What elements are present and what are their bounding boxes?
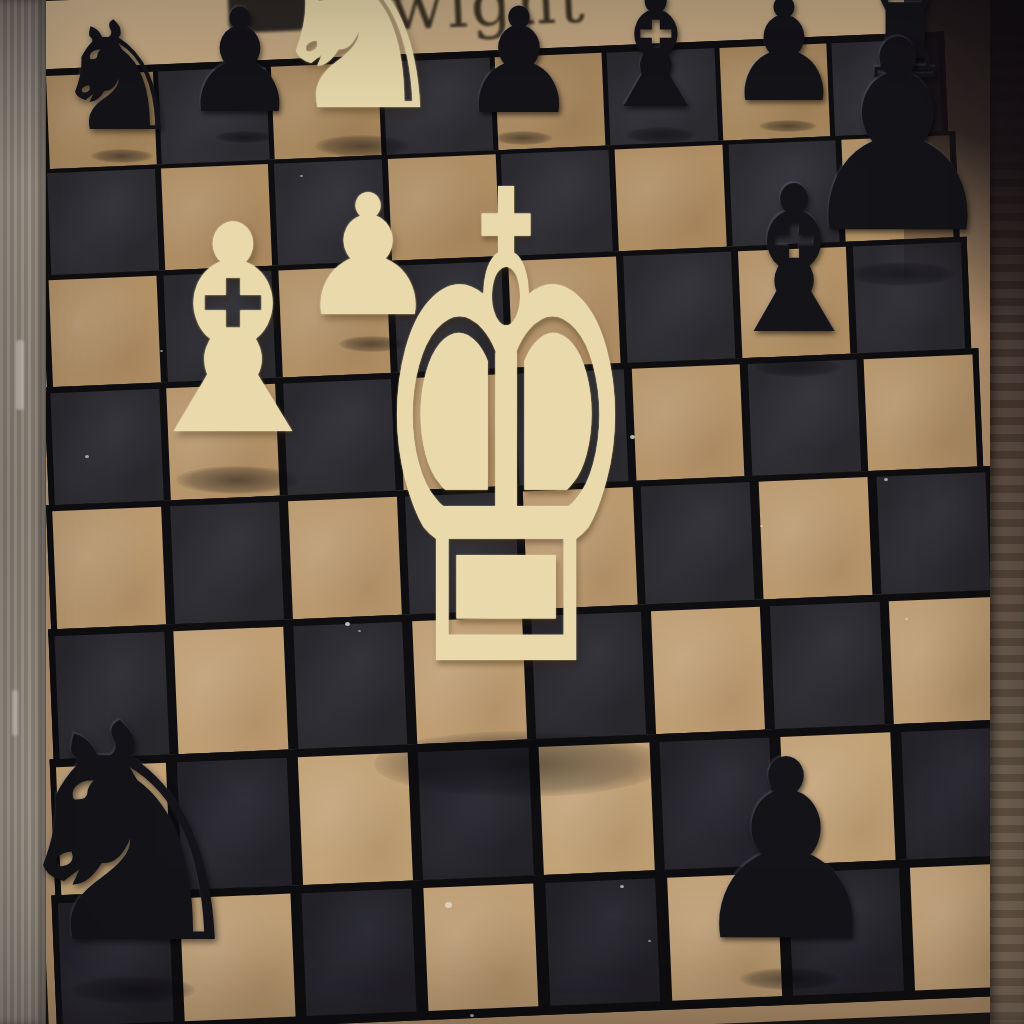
square-h5[interactable] (864, 355, 977, 471)
wood-scuff-mark (16, 340, 24, 410)
black-pawn-g1[interactable]: ♟ (686, 727, 886, 975)
square-h3[interactable] (889, 597, 1004, 724)
black-bishop-g6[interactable]: ♝ (717, 160, 872, 363)
square-b4[interactable] (170, 502, 284, 624)
black-knight-a8[interactable]: ♞ (51, 2, 185, 152)
chessboard-photo-scene: wight ♞♟♞♟♝♟♜♟♝♟♝♚♞♟ (0, 0, 1024, 1024)
square-f5[interactable] (631, 364, 744, 480)
square-h4[interactable] (876, 472, 990, 594)
square-a4[interactable] (52, 507, 166, 629)
white-bishop-b5[interactable]: ♝ (120, 189, 346, 476)
white-king-d3[interactable]: ♚ (366, 111, 645, 760)
square-e1[interactable] (545, 878, 661, 1006)
square-f4[interactable] (641, 482, 755, 604)
square-d1[interactable] (423, 883, 539, 1011)
square-c1[interactable] (301, 889, 417, 1017)
square-g4[interactable] (759, 477, 873, 599)
black-knight-a1[interactable]: ♞ (0, 686, 263, 986)
